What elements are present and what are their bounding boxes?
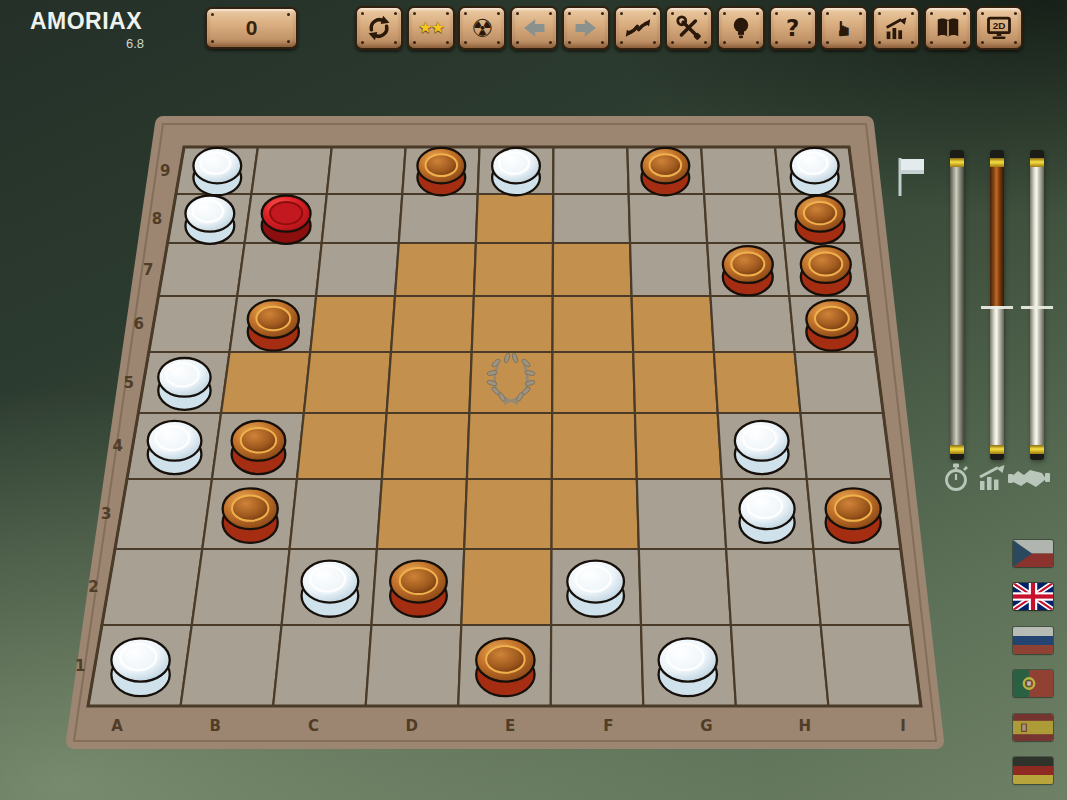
piece-white-h3[interactable] — [739, 488, 794, 543]
flag-czech[interactable] — [1013, 540, 1053, 567]
piece-white-a9[interactable] — [193, 148, 241, 195]
square-C3[interactable] — [290, 479, 382, 549]
piece-bronze-i8[interactable] — [796, 196, 845, 244]
stopwatch-icon[interactable] — [942, 462, 970, 494]
square-G7[interactable] — [630, 243, 710, 296]
flag-german[interactable] — [1013, 757, 1053, 784]
square-C8[interactable] — [322, 194, 403, 243]
flag-portuguese[interactable] — [1013, 670, 1053, 697]
square-D8[interactable] — [399, 194, 478, 243]
piece-bronze-e1[interactable] — [476, 638, 534, 696]
square-C9[interactable] — [327, 147, 406, 194]
square-H9[interactable] — [701, 147, 779, 194]
square-G3[interactable] — [637, 479, 726, 549]
row-label-7: 7 — [143, 261, 153, 279]
square-B7[interactable] — [237, 243, 321, 296]
square-G8[interactable] — [629, 194, 707, 243]
square-G5[interactable] — [633, 352, 718, 413]
piece-bronze-b4[interactable] — [232, 421, 286, 474]
game-board: 987654321ABCDEFGHI — [0, 0, 1067, 800]
square-C5[interactable] — [304, 352, 391, 413]
square-A6[interactable] — [149, 296, 237, 352]
piece-bronze-i6[interactable] — [806, 300, 857, 351]
square-D5[interactable] — [387, 352, 472, 413]
square-B5[interactable] — [221, 352, 310, 413]
square-D1[interactable] — [366, 625, 462, 706]
piece-white-c2[interactable] — [302, 561, 359, 617]
row-label-2: 2 — [88, 578, 98, 596]
square-D4[interactable] — [382, 413, 469, 479]
row-label-6: 6 — [134, 315, 144, 333]
square-I5[interactable] — [795, 352, 884, 413]
square-B1[interactable] — [181, 625, 282, 706]
square-C7[interactable] — [316, 243, 399, 296]
piece-white-h4[interactable] — [735, 421, 789, 474]
row-label-5: 5 — [123, 374, 133, 392]
gauge-marker-3 — [1021, 306, 1053, 309]
col-label-E: E — [505, 717, 515, 735]
gauge-marker-2 — [981, 306, 1013, 309]
square-H1[interactable] — [731, 625, 829, 706]
row-label-9: 9 — [160, 162, 170, 180]
square-E8[interactable] — [476, 194, 553, 243]
piece-bronze-g9[interactable] — [641, 148, 689, 195]
row-label-4: 4 — [113, 437, 123, 455]
square-B2[interactable] — [192, 549, 290, 625]
app-stage: AMORIAX 6.8 0 ★★☢?☛2D 987654321ABCDEFGHI — [0, 0, 1067, 800]
square-B9[interactable] — [251, 147, 331, 194]
col-label-I: I — [900, 717, 906, 735]
gauge-left — [950, 150, 964, 460]
square-I4[interactable] — [800, 413, 891, 479]
piece-bronze-d9[interactable] — [417, 148, 465, 195]
col-label-A: A — [111, 717, 123, 735]
square-H6[interactable] — [710, 296, 794, 352]
col-label-D: D — [406, 717, 418, 735]
row-label-3: 3 — [101, 505, 111, 523]
square-C4[interactable] — [297, 413, 387, 479]
gauge-right — [1030, 150, 1044, 460]
square-F5[interactable] — [552, 352, 635, 413]
piece-white-a4[interactable] — [148, 421, 202, 474]
piece-white-f2[interactable] — [567, 561, 624, 617]
square-E7[interactable] — [474, 243, 553, 296]
row-label-1: 1 — [75, 657, 85, 675]
piece-red-b8[interactable] — [262, 196, 311, 244]
square-F7[interactable] — [553, 243, 632, 296]
square-A3[interactable] — [115, 479, 212, 549]
col-label-G: G — [700, 717, 712, 735]
row-label-8: 8 — [152, 210, 162, 228]
square-E6[interactable] — [472, 296, 553, 352]
square-F8[interactable] — [553, 194, 630, 243]
square-G2[interactable] — [639, 549, 731, 625]
statistics-icon[interactable] — [976, 462, 1008, 492]
handshake-icon[interactable] — [1008, 464, 1050, 492]
piece-white-e9[interactable] — [492, 148, 540, 195]
col-label-F: F — [603, 717, 613, 735]
square-F9[interactable] — [553, 147, 628, 194]
flag-spanish[interactable] — [1013, 714, 1053, 741]
square-I2[interactable] — [813, 549, 910, 625]
square-G4[interactable] — [635, 413, 722, 479]
square-E4[interactable] — [467, 413, 552, 479]
piece-white-a5[interactable] — [158, 358, 210, 410]
square-D6[interactable] — [391, 296, 474, 352]
piece-bronze-i3[interactable] — [826, 488, 881, 543]
square-D3[interactable] — [377, 479, 467, 549]
square-A2[interactable] — [102, 549, 202, 625]
piece-white-a8[interactable] — [185, 196, 234, 244]
piece-white-a1[interactable] — [111, 638, 169, 696]
col-label-H: H — [798, 717, 811, 735]
square-E2[interactable] — [461, 549, 551, 625]
square-C1[interactable] — [273, 625, 371, 706]
square-H2[interactable] — [726, 549, 821, 625]
gauge-center — [990, 150, 1004, 460]
flag-english[interactable] — [1013, 583, 1053, 610]
square-H8[interactable] — [704, 194, 784, 243]
piece-white-g1[interactable] — [659, 638, 717, 696]
piece-white-i9[interactable] — [791, 148, 839, 195]
piece-bronze-d2[interactable] — [390, 561, 447, 617]
flag-russian[interactable] — [1013, 627, 1053, 654]
square-F1[interactable] — [551, 625, 644, 706]
square-I1[interactable] — [821, 625, 921, 706]
col-label-C: C — [308, 717, 319, 735]
piece-bronze-h7[interactable] — [723, 246, 773, 295]
col-label-B: B — [210, 717, 221, 735]
square-E5[interactable] — [469, 352, 552, 413]
square-C6[interactable] — [310, 296, 395, 352]
square-G6[interactable] — [632, 296, 714, 352]
square-H5[interactable] — [714, 352, 801, 413]
piece-bronze-b3[interactable] — [223, 488, 278, 543]
square-A7[interactable] — [158, 243, 244, 296]
surrender-flag-icon[interactable] — [895, 156, 927, 202]
square-F4[interactable] — [552, 413, 637, 479]
piece-bronze-i7[interactable] — [801, 246, 851, 295]
square-D7[interactable] — [395, 243, 476, 296]
square-F3[interactable] — [552, 479, 639, 549]
square-F6[interactable] — [552, 296, 633, 352]
piece-bronze-b6[interactable] — [248, 300, 299, 351]
square-E3[interactable] — [464, 479, 552, 549]
